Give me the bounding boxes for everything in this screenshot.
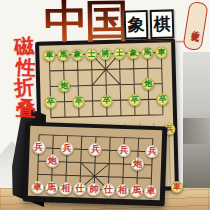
intersection: 兵 <box>145 145 160 159</box>
near-board-grid: 兵兵兵兵兵炮炮車馬相仕帥仕相馬車 <box>30 128 160 198</box>
intersection: 兵 <box>31 141 46 155</box>
intersection <box>114 108 128 124</box>
intersection <box>89 130 104 144</box>
intersection <box>155 60 169 76</box>
intersection <box>144 171 159 185</box>
intersection <box>99 77 113 93</box>
intersection <box>142 107 156 123</box>
xiangqi-piece[interactable]: 兵 <box>146 145 159 158</box>
product-title-calligraphy: 中国 <box>43 0 126 52</box>
intersection <box>43 78 57 94</box>
intersection <box>128 107 142 123</box>
intersection <box>30 167 45 181</box>
intersection: 馬 <box>44 181 59 195</box>
intersection: 仕 <box>73 182 88 196</box>
xiangqi-piece[interactable]: 卒 <box>44 96 56 108</box>
ink-landscape-right <box>183 52 210 196</box>
intersection <box>73 156 88 170</box>
near-board-intersections: 兵兵兵兵兵炮炮車馬相仕帥仕相馬車 <box>30 128 160 198</box>
intersection <box>74 129 89 143</box>
intersection: 炮 <box>45 155 60 169</box>
intersection <box>101 170 116 184</box>
intersection <box>127 76 141 92</box>
intersection: 炮 <box>130 158 145 172</box>
xiangqi-piece[interactable]: 馬 <box>130 184 143 197</box>
intersection <box>46 128 61 142</box>
intersection: 炮 <box>141 76 155 92</box>
far-board-grid: 車馬象士將士象馬車炮炮卒卒卒卒卒 <box>42 44 170 125</box>
intersection: 卒 <box>71 93 85 109</box>
intersection: 仕 <box>101 183 116 197</box>
xiangqi-piece[interactable]: 兵 <box>89 143 102 156</box>
xiangqi-piece[interactable]: 卒 <box>156 93 168 105</box>
intersection <box>45 168 60 182</box>
intersection <box>85 62 99 78</box>
intersection: 卒 <box>127 92 141 108</box>
intersection: 兵 <box>117 144 132 158</box>
intersection: 卒 <box>43 94 57 110</box>
intersection <box>141 60 155 76</box>
intersection <box>131 131 146 145</box>
intersection <box>155 76 169 92</box>
intersection: 相 <box>58 182 73 196</box>
intersection <box>85 77 99 93</box>
xiangqi-piece[interactable]: 車 <box>144 185 157 198</box>
intersection <box>60 129 75 143</box>
xiangqi-piece[interactable]: 炮 <box>131 158 144 171</box>
xiangqi-piece[interactable]: 卒 <box>100 94 112 106</box>
intersection: 帥 <box>87 183 102 197</box>
xiangqi-piece[interactable]: 卒 <box>72 95 84 107</box>
intersection <box>32 128 47 142</box>
intersection <box>57 63 71 79</box>
intersection <box>73 169 88 183</box>
intersection <box>59 155 74 169</box>
intersection <box>74 142 89 156</box>
xiangqi-piece[interactable]: 相 <box>59 182 72 195</box>
xiangqi-piece[interactable]: 馬 <box>141 47 153 59</box>
intersection <box>87 169 102 183</box>
intersection: 兵 <box>88 143 103 157</box>
xiangqi-piece[interactable]: 馬 <box>45 181 58 194</box>
intersection <box>103 130 118 144</box>
intersection: 兵 <box>60 142 75 156</box>
far-board-intersections: 車馬象士將士象馬車炮炮卒卒卒卒卒 <box>42 44 170 125</box>
xiangqi-piece[interactable]: 炮 <box>46 155 59 168</box>
intersection <box>71 78 85 94</box>
intersection: 相 <box>115 184 130 198</box>
xiangqi-piece[interactable]: 卒 <box>128 94 140 106</box>
intersection <box>71 62 85 78</box>
intersection <box>127 61 141 77</box>
intersection <box>59 168 74 182</box>
intersection: 馬 <box>129 184 144 198</box>
xiangqi-piece[interactable]: 仕 <box>102 183 115 196</box>
traditional-culture-seal: 传统文化 <box>182 1 208 51</box>
title-box-char: 象 <box>124 10 149 40</box>
xiangqi-piece[interactable]: 兵 <box>117 144 130 157</box>
intersection: 馬 <box>140 45 154 61</box>
intersection <box>117 131 132 145</box>
intersection <box>145 158 160 172</box>
intersection <box>46 141 61 155</box>
xiangqi-piece[interactable]: 兵 <box>60 142 73 155</box>
intersection <box>88 156 103 170</box>
intersection <box>116 170 131 184</box>
title-box-char: 棋 <box>150 9 175 39</box>
intersection: 車 <box>154 44 168 60</box>
intersection <box>113 92 127 108</box>
intersection <box>113 77 127 93</box>
intersection <box>100 108 114 124</box>
xiangqi-piece[interactable]: 車 <box>155 46 167 58</box>
intersection: 卒 <box>155 91 169 107</box>
xiangqi-piece[interactable]: 相 <box>116 184 129 197</box>
xiangqi-piece[interactable]: 兵 <box>32 141 45 154</box>
xiangqi-piece[interactable]: 炮 <box>142 78 154 90</box>
xiangqi-piece[interactable]: 象 <box>127 47 139 59</box>
intersection <box>145 132 160 146</box>
xiangqi-piece[interactable]: 仕 <box>73 182 86 195</box>
intersection <box>131 144 146 158</box>
banner-char: 叠 <box>9 97 42 120</box>
intersection: 象 <box>126 45 140 61</box>
intersection: 車 <box>144 185 159 199</box>
product-image: 車馬象士將士象馬車炮炮卒卒卒卒卒 兵 車 兵兵兵兵兵炮炮車馬相仕帥仕相馬車 中国… <box>0 0 210 210</box>
intersection <box>130 171 145 185</box>
near-xiangqi-board: 兵兵兵兵兵炮炮車馬相仕帥仕相馬車 <box>23 122 168 207</box>
intersection <box>141 92 155 108</box>
magnetic-folding-banner: 磁性折叠 <box>8 36 40 118</box>
intersection <box>85 93 99 109</box>
intersection: 炮 <box>57 78 71 94</box>
intersection <box>102 157 117 171</box>
intersection: 車 <box>30 181 45 195</box>
intersection <box>31 154 46 168</box>
intersection: 卒 <box>99 93 113 109</box>
intersection <box>113 61 127 77</box>
product-title-boxed: 象 棋 <box>124 9 175 39</box>
intersection <box>57 94 71 110</box>
intersection <box>156 107 170 123</box>
xiangqi-piece[interactable]: 車 <box>31 181 44 194</box>
xiangqi-piece[interactable]: 炮 <box>58 80 70 92</box>
intersection <box>86 109 100 125</box>
xiangqi-piece[interactable]: 帥 <box>87 183 100 196</box>
intersection <box>43 63 57 79</box>
intersection <box>99 61 113 77</box>
intersection <box>116 157 131 171</box>
intersection <box>102 143 117 157</box>
